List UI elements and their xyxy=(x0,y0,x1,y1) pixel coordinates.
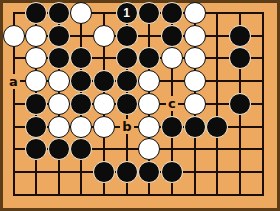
white-stone xyxy=(184,25,206,47)
black-stone xyxy=(116,25,138,47)
point-label-c: c xyxy=(166,96,178,111)
black-stone xyxy=(229,93,251,115)
white-stone xyxy=(25,70,47,92)
white-stone xyxy=(161,47,183,69)
black-stone xyxy=(138,47,160,69)
black-stone: 1 xyxy=(116,2,138,24)
white-stone xyxy=(70,116,92,138)
black-stone xyxy=(161,116,183,138)
black-stone xyxy=(138,161,160,183)
black-stone xyxy=(229,25,251,47)
white-stone xyxy=(93,116,115,138)
black-stone xyxy=(116,70,138,92)
black-stone xyxy=(25,2,47,24)
black-stone xyxy=(93,70,115,92)
black-stone xyxy=(206,116,228,138)
board-grid-line-v xyxy=(262,12,264,196)
go-diagram: 1abc xyxy=(0,0,280,211)
black-stone xyxy=(25,116,47,138)
white-stone xyxy=(138,93,160,115)
white-stone xyxy=(25,25,47,47)
black-stone xyxy=(25,138,47,160)
black-stone xyxy=(70,70,92,92)
black-stone xyxy=(184,116,206,138)
black-stone xyxy=(48,2,70,24)
board-grid-line-h xyxy=(13,194,264,196)
white-stone xyxy=(48,116,70,138)
black-stone xyxy=(116,47,138,69)
point-label-a: a xyxy=(7,74,20,89)
black-stone xyxy=(116,161,138,183)
black-stone xyxy=(161,2,183,24)
black-stone xyxy=(48,47,70,69)
move-number-label: 1 xyxy=(123,7,130,19)
black-stone xyxy=(48,138,70,160)
black-stone xyxy=(161,161,183,183)
white-stone xyxy=(48,93,70,115)
black-stone xyxy=(138,2,160,24)
black-stone xyxy=(229,47,251,69)
white-stone xyxy=(184,47,206,69)
white-stone xyxy=(184,93,206,115)
black-stone xyxy=(116,93,138,115)
go-board: 1abc xyxy=(0,0,280,211)
white-stone xyxy=(138,138,160,160)
white-stone xyxy=(48,70,70,92)
black-stone xyxy=(70,93,92,115)
white-stone xyxy=(70,2,92,24)
white-stone xyxy=(138,70,160,92)
black-stone xyxy=(70,47,92,69)
white-stone xyxy=(184,2,206,24)
white-stone xyxy=(25,47,47,69)
board-grid-line-v xyxy=(216,12,218,196)
black-stone xyxy=(161,25,183,47)
black-stone xyxy=(93,161,115,183)
black-stone xyxy=(25,93,47,115)
white-stone xyxy=(3,25,25,47)
white-stone xyxy=(184,70,206,92)
black-stone xyxy=(48,25,70,47)
black-stone xyxy=(70,138,92,160)
white-stone xyxy=(93,25,115,47)
white-stone xyxy=(93,93,115,115)
point-label-b: b xyxy=(120,119,133,134)
white-stone xyxy=(138,116,160,138)
